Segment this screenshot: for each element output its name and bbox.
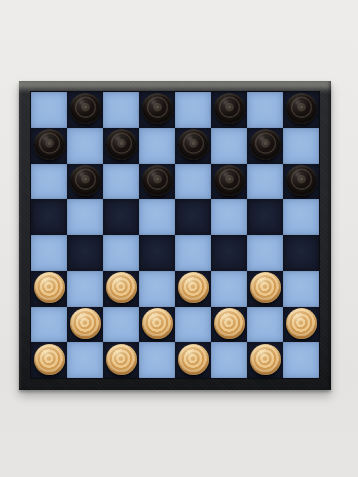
square-r8c3[interactable] — [103, 342, 139, 378]
square-r6c4 — [139, 271, 175, 307]
square-r8c2 — [67, 342, 103, 378]
dark-wood-checker[interactable] — [286, 165, 317, 196]
square-r7c4[interactable] — [139, 307, 175, 343]
light-wood-checker[interactable] — [106, 344, 137, 375]
square-r1c8[interactable] — [283, 92, 319, 128]
square-r3c1 — [31, 164, 67, 200]
dark-wood-checker[interactable] — [286, 93, 317, 124]
square-r3c5 — [175, 164, 211, 200]
dark-wood-checker[interactable] — [250, 129, 281, 160]
square-r3c7 — [247, 164, 283, 200]
square-r4c3[interactable] — [103, 199, 139, 235]
square-r6c7[interactable] — [247, 271, 283, 307]
square-r4c2 — [67, 199, 103, 235]
square-r6c2 — [67, 271, 103, 307]
dark-wood-checker[interactable] — [106, 129, 137, 160]
checkers-board-frame — [19, 81, 331, 390]
square-r7c7 — [247, 307, 283, 343]
dark-wood-checker[interactable] — [142, 93, 173, 124]
dark-wood-checker[interactable] — [214, 165, 245, 196]
square-r7c6[interactable] — [211, 307, 247, 343]
checkers-board — [31, 92, 319, 378]
square-r8c1[interactable] — [31, 342, 67, 378]
square-r2c7[interactable] — [247, 128, 283, 164]
square-r6c5[interactable] — [175, 271, 211, 307]
square-r1c2[interactable] — [67, 92, 103, 128]
square-r2c4 — [139, 128, 175, 164]
light-wood-checker[interactable] — [106, 272, 137, 303]
product-photo-background — [0, 0, 358, 477]
square-r6c8 — [283, 271, 319, 307]
square-r5c2[interactable] — [67, 235, 103, 271]
square-r2c2 — [67, 128, 103, 164]
light-wood-checker[interactable] — [286, 308, 317, 339]
square-r5c1 — [31, 235, 67, 271]
square-r1c6[interactable] — [211, 92, 247, 128]
square-r6c3[interactable] — [103, 271, 139, 307]
square-r2c8 — [283, 128, 319, 164]
square-r8c5[interactable] — [175, 342, 211, 378]
square-r2c5[interactable] — [175, 128, 211, 164]
square-r6c1[interactable] — [31, 271, 67, 307]
square-r7c8[interactable] — [283, 307, 319, 343]
square-r4c7[interactable] — [247, 199, 283, 235]
dark-wood-checker[interactable] — [70, 165, 101, 196]
dark-wood-checker[interactable] — [70, 93, 101, 124]
light-wood-checker[interactable] — [178, 272, 209, 303]
square-r3c4[interactable] — [139, 164, 175, 200]
square-r5c8[interactable] — [283, 235, 319, 271]
square-r4c5[interactable] — [175, 199, 211, 235]
square-r5c6[interactable] — [211, 235, 247, 271]
square-r1c4[interactable] — [139, 92, 175, 128]
square-r7c1 — [31, 307, 67, 343]
dark-wood-checker[interactable] — [34, 129, 65, 160]
square-r5c7 — [247, 235, 283, 271]
square-r7c3 — [103, 307, 139, 343]
square-r3c3 — [103, 164, 139, 200]
dark-wood-checker[interactable] — [142, 165, 173, 196]
square-r5c5 — [175, 235, 211, 271]
light-wood-checker[interactable] — [70, 308, 101, 339]
square-r4c8 — [283, 199, 319, 235]
dark-wood-checker[interactable] — [214, 93, 245, 124]
square-r2c1[interactable] — [31, 128, 67, 164]
square-r5c3 — [103, 235, 139, 271]
light-wood-checker[interactable] — [34, 272, 65, 303]
square-r4c6 — [211, 199, 247, 235]
light-wood-checker[interactable] — [34, 344, 65, 375]
square-r1c3 — [103, 92, 139, 128]
light-wood-checker[interactable] — [250, 344, 281, 375]
light-wood-checker[interactable] — [178, 344, 209, 375]
square-r6c6 — [211, 271, 247, 307]
square-r3c8[interactable] — [283, 164, 319, 200]
light-wood-checker[interactable] — [214, 308, 245, 339]
square-r8c7[interactable] — [247, 342, 283, 378]
square-r8c6 — [211, 342, 247, 378]
square-r2c6 — [211, 128, 247, 164]
dark-wood-checker[interactable] — [178, 129, 209, 160]
square-r5c4[interactable] — [139, 235, 175, 271]
square-r4c4 — [139, 199, 175, 235]
light-wood-checker[interactable] — [250, 272, 281, 303]
square-r7c2[interactable] — [67, 307, 103, 343]
square-r7c5 — [175, 307, 211, 343]
square-r1c7 — [247, 92, 283, 128]
square-r1c5 — [175, 92, 211, 128]
square-r1c1 — [31, 92, 67, 128]
square-r3c2[interactable] — [67, 164, 103, 200]
square-r8c4 — [139, 342, 175, 378]
light-wood-checker[interactable] — [142, 308, 173, 339]
square-r2c3[interactable] — [103, 128, 139, 164]
square-r3c6[interactable] — [211, 164, 247, 200]
square-r8c8 — [283, 342, 319, 378]
square-r4c1[interactable] — [31, 199, 67, 235]
